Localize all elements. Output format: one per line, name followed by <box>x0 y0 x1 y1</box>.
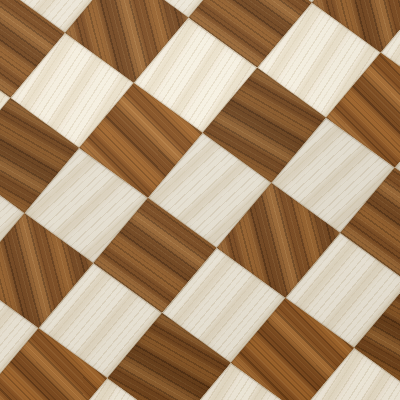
chessboard-photo <box>0 0 400 400</box>
chessboard <box>0 0 400 400</box>
